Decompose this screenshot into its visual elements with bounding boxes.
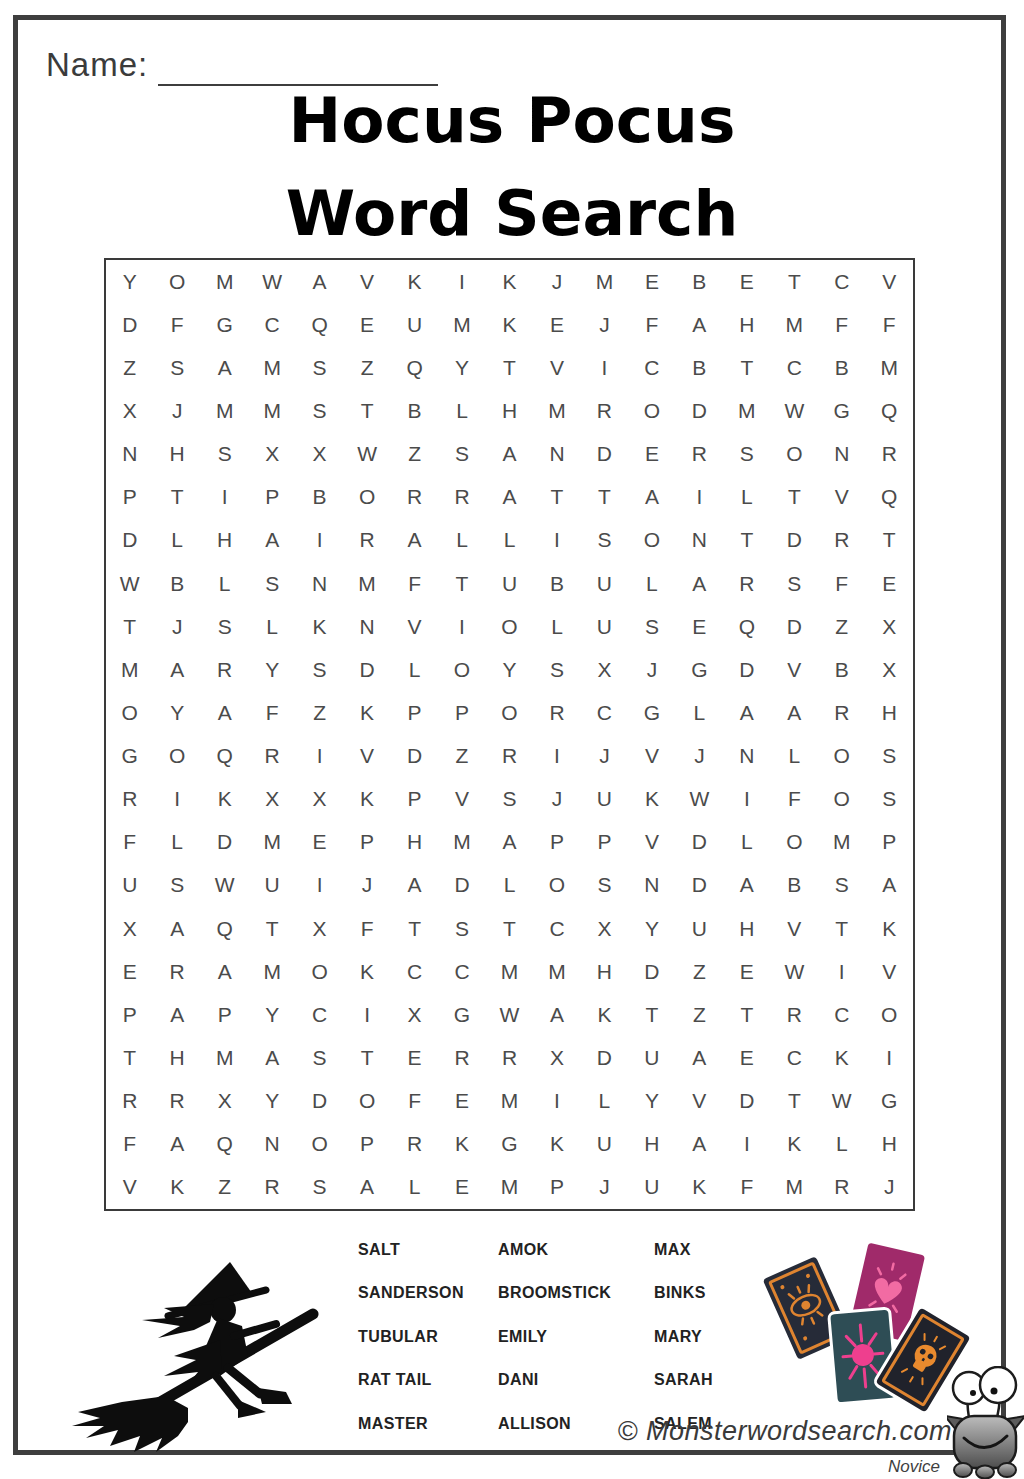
grid-cell-r6c7[interactable]: R — [391, 476, 438, 519]
grid-cell-r18c3[interactable]: P — [201, 993, 248, 1036]
grid-cell-r19c2[interactable]: H — [153, 1036, 200, 1079]
grid-cell-r19c4[interactable]: A — [248, 1036, 295, 1079]
grid-cell-r3c16[interactable]: B — [818, 346, 865, 389]
grid-cell-r20c13[interactable]: V — [676, 1080, 723, 1123]
grid-cell-r11c4[interactable]: F — [248, 691, 295, 734]
grid-cell-r6c10[interactable]: T — [533, 476, 580, 519]
grid-cell-r6c11[interactable]: T — [581, 476, 628, 519]
grid-cell-r12c10[interactable]: I — [533, 735, 580, 778]
grid-cell-r16c2[interactable]: A — [153, 907, 200, 950]
grid-cell-r9c14[interactable]: Q — [723, 605, 770, 648]
grid-cell-r4c14[interactable]: M — [723, 389, 770, 432]
grid-cell-r10c16[interactable]: B — [818, 648, 865, 691]
grid-cell-r2c2[interactable]: F — [153, 303, 200, 346]
grid-cell-r2c12[interactable]: F — [628, 303, 675, 346]
grid-cell-r13c16[interactable]: O — [818, 778, 865, 821]
grid-cell-r12c5[interactable]: I — [296, 735, 343, 778]
grid-cell-r22c14[interactable]: F — [723, 1166, 770, 1209]
grid-cell-r1c12[interactable]: E — [628, 260, 675, 303]
grid-cell-r6c9[interactable]: A — [486, 476, 533, 519]
grid-cell-r3c5[interactable]: S — [296, 346, 343, 389]
grid-cell-r1c2[interactable]: O — [153, 260, 200, 303]
grid-cell-r2c3[interactable]: G — [201, 303, 248, 346]
grid-cell-r14c9[interactable]: A — [486, 821, 533, 864]
grid-cell-r9c9[interactable]: O — [486, 605, 533, 648]
grid-cell-r19c11[interactable]: D — [581, 1036, 628, 1079]
grid-cell-r13c11[interactable]: U — [581, 778, 628, 821]
grid-cell-r13c7[interactable]: P — [391, 778, 438, 821]
grid-cell-r10c10[interactable]: S — [533, 648, 580, 691]
grid-cell-r6c3[interactable]: I — [201, 476, 248, 519]
grid-cell-r16c11[interactable]: X — [581, 907, 628, 950]
grid-cell-r20c9[interactable]: M — [486, 1080, 533, 1123]
grid-cell-r15c11[interactable]: S — [581, 864, 628, 907]
grid-cell-r10c12[interactable]: J — [628, 648, 675, 691]
grid-cell-r5c8[interactable]: S — [438, 433, 485, 476]
grid-cell-r6c15[interactable]: T — [771, 476, 818, 519]
grid-cell-r14c2[interactable]: L — [153, 821, 200, 864]
grid-cell-r17c5[interactable]: O — [296, 950, 343, 993]
grid-cell-r18c7[interactable]: X — [391, 993, 438, 1036]
grid-cell-r11c8[interactable]: P — [438, 691, 485, 734]
grid-cell-r13c5[interactable]: X — [296, 778, 343, 821]
grid-cell-r1c7[interactable]: K — [391, 260, 438, 303]
grid-cell-r9c13[interactable]: E — [676, 605, 723, 648]
grid-cell-r5c3[interactable]: S — [201, 433, 248, 476]
grid-cell-r17c8[interactable]: C — [438, 950, 485, 993]
grid-cell-r15c17[interactable]: A — [866, 864, 913, 907]
grid-cell-r18c14[interactable]: T — [723, 993, 770, 1036]
grid-cell-r21c2[interactable]: A — [153, 1123, 200, 1166]
grid-cell-r9c12[interactable]: S — [628, 605, 675, 648]
grid-cell-r11c14[interactable]: A — [723, 691, 770, 734]
grid-cell-r17c15[interactable]: W — [771, 950, 818, 993]
grid-cell-r9c11[interactable]: U — [581, 605, 628, 648]
grid-cell-r21c9[interactable]: G — [486, 1123, 533, 1166]
grid-cell-r2c7[interactable]: U — [391, 303, 438, 346]
grid-cell-r9c17[interactable]: X — [866, 605, 913, 648]
grid-cell-r3c12[interactable]: C — [628, 346, 675, 389]
grid-cell-r15c8[interactable]: D — [438, 864, 485, 907]
grid-cell-r16c12[interactable]: Y — [628, 907, 675, 950]
grid-cell-r4c13[interactable]: D — [676, 389, 723, 432]
grid-cell-r11c10[interactable]: R — [533, 691, 580, 734]
grid-cell-r18c16[interactable]: C — [818, 993, 865, 1036]
grid-cell-r9c16[interactable]: Z — [818, 605, 865, 648]
grid-cell-r7c1[interactable]: D — [106, 519, 153, 562]
grid-cell-r13c8[interactable]: V — [438, 778, 485, 821]
grid-cell-r8c15[interactable]: S — [771, 562, 818, 605]
grid-cell-r13c15[interactable]: F — [771, 778, 818, 821]
grid-cell-r20c5[interactable]: D — [296, 1080, 343, 1123]
grid-cell-r16c5[interactable]: X — [296, 907, 343, 950]
grid-cell-r18c6[interactable]: I — [343, 993, 390, 1036]
grid-cell-r14c1[interactable]: F — [106, 821, 153, 864]
grid-cell-r7c16[interactable]: R — [818, 519, 865, 562]
grid-cell-r13c17[interactable]: S — [866, 778, 913, 821]
grid-cell-r20c6[interactable]: O — [343, 1080, 390, 1123]
grid-cell-r10c17[interactable]: X — [866, 648, 913, 691]
grid-cell-r4c6[interactable]: T — [343, 389, 390, 432]
grid-cell-r2c13[interactable]: A — [676, 303, 723, 346]
grid-cell-r15c1[interactable]: U — [106, 864, 153, 907]
grid-cell-r11c3[interactable]: A — [201, 691, 248, 734]
grid-cell-r22c13[interactable]: K — [676, 1166, 723, 1209]
grid-cell-r9c3[interactable]: S — [201, 605, 248, 648]
grid-cell-r1c4[interactable]: W — [248, 260, 295, 303]
grid-cell-r20c2[interactable]: R — [153, 1080, 200, 1123]
grid-cell-r19c15[interactable]: C — [771, 1036, 818, 1079]
grid-cell-r2c14[interactable]: H — [723, 303, 770, 346]
grid-cell-r11c12[interactable]: G — [628, 691, 675, 734]
grid-cell-r21c4[interactable]: N — [248, 1123, 295, 1166]
grid-cell-r12c16[interactable]: O — [818, 735, 865, 778]
grid-cell-r3c9[interactable]: T — [486, 346, 533, 389]
grid-cell-r1c15[interactable]: T — [771, 260, 818, 303]
grid-cell-r11c7[interactable]: P — [391, 691, 438, 734]
grid-cell-r2c16[interactable]: F — [818, 303, 865, 346]
grid-cell-r11c1[interactable]: O — [106, 691, 153, 734]
grid-cell-r17c7[interactable]: C — [391, 950, 438, 993]
grid-cell-r13c13[interactable]: W — [676, 778, 723, 821]
grid-cell-r21c15[interactable]: K — [771, 1123, 818, 1166]
grid-cell-r8c8[interactable]: T — [438, 562, 485, 605]
grid-cell-r14c11[interactable]: P — [581, 821, 628, 864]
grid-cell-r7c7[interactable]: A — [391, 519, 438, 562]
grid-cell-r10c11[interactable]: X — [581, 648, 628, 691]
grid-cell-r21c1[interactable]: F — [106, 1123, 153, 1166]
grid-cell-r12c15[interactable]: L — [771, 735, 818, 778]
grid-cell-r15c6[interactable]: J — [343, 864, 390, 907]
grid-cell-r14c4[interactable]: M — [248, 821, 295, 864]
grid-cell-r14c16[interactable]: M — [818, 821, 865, 864]
grid-cell-r6c13[interactable]: I — [676, 476, 723, 519]
grid-cell-r17c17[interactable]: V — [866, 950, 913, 993]
grid-cell-r3c17[interactable]: M — [866, 346, 913, 389]
grid-cell-r8c14[interactable]: R — [723, 562, 770, 605]
grid-cell-r14c12[interactable]: V — [628, 821, 675, 864]
grid-cell-r21c11[interactable]: U — [581, 1123, 628, 1166]
grid-cell-r8c4[interactable]: S — [248, 562, 295, 605]
grid-cell-r15c12[interactable]: N — [628, 864, 675, 907]
grid-cell-r10c5[interactable]: S — [296, 648, 343, 691]
grid-cell-r14c15[interactable]: O — [771, 821, 818, 864]
grid-cell-r8c1[interactable]: W — [106, 562, 153, 605]
grid-cell-r21c13[interactable]: A — [676, 1123, 723, 1166]
grid-cell-r10c7[interactable]: L — [391, 648, 438, 691]
grid-cell-r5c6[interactable]: W — [343, 433, 390, 476]
grid-cell-r8c5[interactable]: N — [296, 562, 343, 605]
grid-cell-r19c7[interactable]: E — [391, 1036, 438, 1079]
grid-cell-r5c2[interactable]: H — [153, 433, 200, 476]
grid-cell-r9c10[interactable]: L — [533, 605, 580, 648]
grid-cell-r10c8[interactable]: O — [438, 648, 485, 691]
grid-cell-r13c9[interactable]: S — [486, 778, 533, 821]
grid-cell-r15c14[interactable]: A — [723, 864, 770, 907]
grid-cell-r3c6[interactable]: Z — [343, 346, 390, 389]
grid-cell-r21c5[interactable]: O — [296, 1123, 343, 1166]
grid-cell-r11c17[interactable]: H — [866, 691, 913, 734]
grid-cell-r12c7[interactable]: D — [391, 735, 438, 778]
grid-cell-r18c2[interactable]: A — [153, 993, 200, 1036]
grid-cell-r4c1[interactable]: X — [106, 389, 153, 432]
grid-cell-r3c14[interactable]: T — [723, 346, 770, 389]
grid-cell-r21c8[interactable]: K — [438, 1123, 485, 1166]
grid-cell-r11c15[interactable]: A — [771, 691, 818, 734]
grid-cell-r20c4[interactable]: Y — [248, 1080, 295, 1123]
grid-cell-r22c17[interactable]: J — [866, 1166, 913, 1209]
grid-cell-r6c6[interactable]: O — [343, 476, 390, 519]
grid-cell-r5c15[interactable]: O — [771, 433, 818, 476]
grid-cell-r2c17[interactable]: F — [866, 303, 913, 346]
grid-cell-r16c1[interactable]: X — [106, 907, 153, 950]
grid-cell-r12c3[interactable]: Q — [201, 735, 248, 778]
grid-cell-r22c10[interactable]: P — [533, 1166, 580, 1209]
grid-cell-r10c3[interactable]: R — [201, 648, 248, 691]
grid-cell-r1c11[interactable]: M — [581, 260, 628, 303]
grid-cell-r5c12[interactable]: E — [628, 433, 675, 476]
grid-cell-r16c6[interactable]: F — [343, 907, 390, 950]
grid-cell-r4c8[interactable]: L — [438, 389, 485, 432]
grid-cell-r21c10[interactable]: K — [533, 1123, 580, 1166]
grid-cell-r14c17[interactable]: P — [866, 821, 913, 864]
grid-cell-r17c6[interactable]: K — [343, 950, 390, 993]
grid-cell-r6c12[interactable]: A — [628, 476, 675, 519]
grid-cell-r15c9[interactable]: L — [486, 864, 533, 907]
grid-cell-r4c15[interactable]: W — [771, 389, 818, 432]
grid-cell-r20c15[interactable]: T — [771, 1080, 818, 1123]
grid-cell-r18c15[interactable]: R — [771, 993, 818, 1036]
grid-cell-r18c13[interactable]: Z — [676, 993, 723, 1036]
grid-cell-r16c16[interactable]: T — [818, 907, 865, 950]
grid-cell-r7c3[interactable]: H — [201, 519, 248, 562]
grid-cell-r19c8[interactable]: R — [438, 1036, 485, 1079]
grid-cell-r19c14[interactable]: E — [723, 1036, 770, 1079]
grid-cell-r7c6[interactable]: R — [343, 519, 390, 562]
grid-cell-r21c6[interactable]: P — [343, 1123, 390, 1166]
grid-cell-r19c1[interactable]: T — [106, 1036, 153, 1079]
grid-cell-r8c10[interactable]: B — [533, 562, 580, 605]
grid-cell-r22c12[interactable]: U — [628, 1166, 675, 1209]
grid-cell-r7c11[interactable]: S — [581, 519, 628, 562]
grid-cell-r19c12[interactable]: U — [628, 1036, 675, 1079]
grid-cell-r2c4[interactable]: C — [248, 303, 295, 346]
grid-cell-r3c2[interactable]: S — [153, 346, 200, 389]
grid-cell-r22c9[interactable]: M — [486, 1166, 533, 1209]
grid-cell-r3c8[interactable]: Y — [438, 346, 485, 389]
grid-cell-r21c12[interactable]: H — [628, 1123, 675, 1166]
grid-cell-r19c3[interactable]: M — [201, 1036, 248, 1079]
grid-cell-r7c8[interactable]: L — [438, 519, 485, 562]
grid-cell-r10c14[interactable]: D — [723, 648, 770, 691]
grid-cell-r4c3[interactable]: M — [201, 389, 248, 432]
grid-cell-r9c4[interactable]: L — [248, 605, 295, 648]
grid-cell-r16c8[interactable]: S — [438, 907, 485, 950]
grid-cell-r13c2[interactable]: I — [153, 778, 200, 821]
grid-cell-r5c13[interactable]: R — [676, 433, 723, 476]
grid-cell-r17c3[interactable]: A — [201, 950, 248, 993]
grid-cell-r8c2[interactable]: B — [153, 562, 200, 605]
grid-cell-r20c12[interactable]: Y — [628, 1080, 675, 1123]
grid-cell-r5c5[interactable]: X — [296, 433, 343, 476]
grid-cell-r7c14[interactable]: T — [723, 519, 770, 562]
grid-cell-r4c10[interactable]: M — [533, 389, 580, 432]
grid-cell-r17c11[interactable]: H — [581, 950, 628, 993]
grid-cell-r18c1[interactable]: P — [106, 993, 153, 1036]
grid-cell-r10c9[interactable]: Y — [486, 648, 533, 691]
grid-cell-r3c13[interactable]: B — [676, 346, 723, 389]
grid-cell-r15c4[interactable]: U — [248, 864, 295, 907]
grid-cell-r15c10[interactable]: O — [533, 864, 580, 907]
grid-cell-r14c6[interactable]: P — [343, 821, 390, 864]
grid-cell-r21c3[interactable]: Q — [201, 1123, 248, 1166]
grid-cell-r20c17[interactable]: G — [866, 1080, 913, 1123]
grid-cell-r5c1[interactable]: N — [106, 433, 153, 476]
grid-cell-r6c5[interactable]: B — [296, 476, 343, 519]
grid-cell-r17c12[interactable]: D — [628, 950, 675, 993]
grid-cell-r12c12[interactable]: V — [628, 735, 675, 778]
grid-cell-r5c16[interactable]: N — [818, 433, 865, 476]
grid-cell-r12c6[interactable]: V — [343, 735, 390, 778]
grid-cell-r7c17[interactable]: T — [866, 519, 913, 562]
grid-cell-r16c4[interactable]: T — [248, 907, 295, 950]
grid-cell-r16c9[interactable]: T — [486, 907, 533, 950]
grid-cell-r9c7[interactable]: V — [391, 605, 438, 648]
grid-cell-r11c11[interactable]: C — [581, 691, 628, 734]
grid-cell-r20c1[interactable]: R — [106, 1080, 153, 1123]
grid-cell-r8c3[interactable]: L — [201, 562, 248, 605]
grid-cell-r7c10[interactable]: I — [533, 519, 580, 562]
grid-cell-r9c15[interactable]: D — [771, 605, 818, 648]
grid-cell-r2c8[interactable]: M — [438, 303, 485, 346]
grid-cell-r3c11[interactable]: I — [581, 346, 628, 389]
grid-cell-r16c15[interactable]: V — [771, 907, 818, 950]
grid-cell-r11c5[interactable]: Z — [296, 691, 343, 734]
grid-cell-r1c13[interactable]: B — [676, 260, 723, 303]
grid-cell-r7c15[interactable]: D — [771, 519, 818, 562]
grid-cell-r21c17[interactable]: H — [866, 1123, 913, 1166]
grid-cell-r16c13[interactable]: U — [676, 907, 723, 950]
grid-cell-r14c14[interactable]: L — [723, 821, 770, 864]
grid-cell-r17c14[interactable]: E — [723, 950, 770, 993]
grid-cell-r15c5[interactable]: I — [296, 864, 343, 907]
grid-cell-r8c9[interactable]: U — [486, 562, 533, 605]
grid-cell-r1c16[interactable]: C — [818, 260, 865, 303]
grid-cell-r18c11[interactable]: K — [581, 993, 628, 1036]
grid-cell-r1c1[interactable]: Y — [106, 260, 153, 303]
grid-cell-r8c6[interactable]: M — [343, 562, 390, 605]
grid-cell-r7c9[interactable]: L — [486, 519, 533, 562]
grid-cell-r11c13[interactable]: L — [676, 691, 723, 734]
grid-cell-r11c2[interactable]: Y — [153, 691, 200, 734]
grid-cell-r6c2[interactable]: T — [153, 476, 200, 519]
grid-cell-r20c16[interactable]: W — [818, 1080, 865, 1123]
grid-cell-r2c9[interactable]: K — [486, 303, 533, 346]
grid-cell-r17c13[interactable]: Z — [676, 950, 723, 993]
grid-cell-r7c4[interactable]: A — [248, 519, 295, 562]
grid-cell-r9c8[interactable]: I — [438, 605, 485, 648]
grid-cell-r1c3[interactable]: M — [201, 260, 248, 303]
grid-cell-r5c10[interactable]: N — [533, 433, 580, 476]
grid-cell-r17c4[interactable]: M — [248, 950, 295, 993]
grid-cell-r14c13[interactable]: D — [676, 821, 723, 864]
grid-cell-r16c17[interactable]: K — [866, 907, 913, 950]
grid-cell-r21c14[interactable]: I — [723, 1123, 770, 1166]
grid-cell-r4c4[interactable]: M — [248, 389, 295, 432]
grid-cell-r16c7[interactable]: T — [391, 907, 438, 950]
grid-cell-r17c2[interactable]: R — [153, 950, 200, 993]
grid-cell-r8c7[interactable]: F — [391, 562, 438, 605]
grid-cell-r2c5[interactable]: Q — [296, 303, 343, 346]
grid-cell-r9c6[interactable]: N — [343, 605, 390, 648]
grid-cell-r14c3[interactable]: D — [201, 821, 248, 864]
grid-cell-r13c12[interactable]: K — [628, 778, 675, 821]
grid-cell-r1c6[interactable]: V — [343, 260, 390, 303]
grid-cell-r18c5[interactable]: C — [296, 993, 343, 1036]
grid-cell-r21c7[interactable]: R — [391, 1123, 438, 1166]
grid-cell-r18c12[interactable]: T — [628, 993, 675, 1036]
grid-cell-r19c10[interactable]: X — [533, 1036, 580, 1079]
grid-cell-r19c9[interactable]: R — [486, 1036, 533, 1079]
grid-cell-r8c13[interactable]: A — [676, 562, 723, 605]
grid-cell-r16c10[interactable]: C — [533, 907, 580, 950]
grid-cell-r5c4[interactable]: X — [248, 433, 295, 476]
grid-cell-r9c1[interactable]: T — [106, 605, 153, 648]
grid-cell-r18c9[interactable]: W — [486, 993, 533, 1036]
grid-cell-r11c16[interactable]: R — [818, 691, 865, 734]
grid-cell-r12c2[interactable]: O — [153, 735, 200, 778]
grid-cell-r16c14[interactable]: H — [723, 907, 770, 950]
grid-cell-r4c7[interactable]: B — [391, 389, 438, 432]
grid-cell-r2c11[interactable]: J — [581, 303, 628, 346]
grid-cell-r15c13[interactable]: D — [676, 864, 723, 907]
grid-cell-r22c1[interactable]: V — [106, 1166, 153, 1209]
grid-cell-r19c16[interactable]: K — [818, 1036, 865, 1079]
grid-cell-r22c4[interactable]: R — [248, 1166, 295, 1209]
grid-cell-r15c3[interactable]: W — [201, 864, 248, 907]
grid-cell-r2c10[interactable]: E — [533, 303, 580, 346]
grid-cell-r22c3[interactable]: Z — [201, 1166, 248, 1209]
grid-cell-r12c14[interactable]: N — [723, 735, 770, 778]
grid-cell-r18c8[interactable]: G — [438, 993, 485, 1036]
grid-cell-r14c8[interactable]: M — [438, 821, 485, 864]
grid-cell-r20c11[interactable]: L — [581, 1080, 628, 1123]
grid-cell-r13c14[interactable]: I — [723, 778, 770, 821]
grid-cell-r20c3[interactable]: X — [201, 1080, 248, 1123]
grid-cell-r21c16[interactable]: L — [818, 1123, 865, 1166]
grid-cell-r15c7[interactable]: A — [391, 864, 438, 907]
grid-cell-r22c11[interactable]: J — [581, 1166, 628, 1209]
grid-cell-r22c8[interactable]: E — [438, 1166, 485, 1209]
grid-cell-r12c1[interactable]: G — [106, 735, 153, 778]
grid-cell-r10c13[interactable]: G — [676, 648, 723, 691]
grid-cell-r9c5[interactable]: K — [296, 605, 343, 648]
grid-cell-r6c8[interactable]: R — [438, 476, 485, 519]
grid-cell-r22c16[interactable]: R — [818, 1166, 865, 1209]
grid-cell-r17c1[interactable]: E — [106, 950, 153, 993]
grid-cell-r19c6[interactable]: T — [343, 1036, 390, 1079]
grid-cell-r1c14[interactable]: E — [723, 260, 770, 303]
grid-cell-r1c8[interactable]: I — [438, 260, 485, 303]
grid-cell-r13c1[interactable]: R — [106, 778, 153, 821]
grid-cell-r7c2[interactable]: L — [153, 519, 200, 562]
grid-cell-r7c5[interactable]: I — [296, 519, 343, 562]
grid-cell-r1c9[interactable]: K — [486, 260, 533, 303]
grid-cell-r5c17[interactable]: R — [866, 433, 913, 476]
grid-cell-r4c12[interactable]: O — [628, 389, 675, 432]
grid-cell-r5c7[interactable]: Z — [391, 433, 438, 476]
grid-cell-r15c15[interactable]: B — [771, 864, 818, 907]
